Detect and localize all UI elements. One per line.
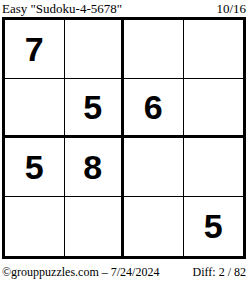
difficulty-text: Diff: 2 / 82 [193,265,246,280]
puzzle-page: Easy "Sudoku-4-5678" 10/16 756585 ©group… [0,0,248,282]
footer: ©grouppuzzles.com – 7/24/2024 Diff: 2 / … [2,265,246,280]
cell-r2c2: 5 [65,79,125,138]
cell-r1c4[interactable] [184,20,244,79]
header: Easy "Sudoku-4-5678" 10/16 [2,1,246,16]
cell-r4c3[interactable] [124,197,184,256]
cell-r3c1: 5 [5,138,65,197]
page-number: 10/16 [216,1,246,16]
cell-r3c4[interactable] [184,138,244,197]
page-title: Easy "Sudoku-4-5678" [2,1,122,16]
cell-r2c1[interactable] [5,79,65,138]
cell-r2c3: 6 [124,79,184,138]
cell-r4c4: 5 [184,197,244,256]
cell-r4c1[interactable] [5,197,65,256]
cell-r1c2[interactable] [65,20,125,79]
cell-r1c3[interactable] [124,20,184,79]
cell-r3c2: 8 [65,138,125,197]
cell-r1c1: 7 [5,20,65,79]
cell-r4c2[interactable] [65,197,125,256]
cell-r2c4[interactable] [184,79,244,138]
sudoku-board: 756585 [2,17,246,259]
cell-r3c3[interactable] [124,138,184,197]
copyright-text: ©grouppuzzles.com – 7/24/2024 [2,265,159,280]
